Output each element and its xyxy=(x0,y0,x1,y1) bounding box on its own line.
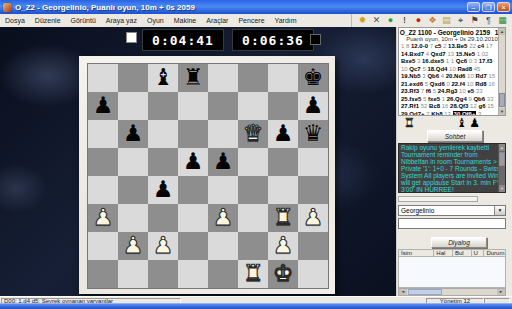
black-king: ♚ xyxy=(298,64,328,92)
board-square[interactable] xyxy=(298,148,328,176)
move-list: 1 8 12.0-0 7 c5 2 13.Be5 22 c4 17 14.Bxd… xyxy=(399,42,499,116)
move-token[interactable]: 16 xyxy=(488,81,495,87)
board-square[interactable] xyxy=(178,204,208,232)
board-square[interactable] xyxy=(118,176,148,204)
right-panel: O_Z2 1100 - Georgelinio 2159 1-0 Puanlı … xyxy=(396,27,512,296)
game-header: O_Z2 1100 - Georgelinio 2159 1-0 xyxy=(399,29,505,36)
board-square[interactable]: ♛ xyxy=(298,120,328,148)
kibitz-icon[interactable]: ¶ xyxy=(483,15,494,26)
move-token[interactable]: 23.Rf3 xyxy=(401,88,419,94)
board-square[interactable] xyxy=(118,92,148,120)
board-square[interactable] xyxy=(178,120,208,148)
column-header[interactable]: İsim xyxy=(399,250,434,256)
board-square[interactable] xyxy=(88,148,118,176)
menu-item[interactable]: Dosya xyxy=(0,17,30,24)
move-token[interactable]: Qc6 xyxy=(456,58,467,64)
chat-scrollbar[interactable]: ▲ ▼ xyxy=(498,144,505,192)
hscroll-thumb[interactable] xyxy=(408,289,442,295)
move-token[interactable]: 0:3 xyxy=(469,58,477,64)
message-input[interactable] xyxy=(398,218,506,229)
chat-line: Private '1': 1+0 - 7 Rounds - Swiss xyxy=(399,165,505,172)
black-material: ♝♟ xyxy=(456,117,480,130)
chat-line: Tournament reminder from xyxy=(399,151,505,158)
board-square[interactable] xyxy=(178,92,208,120)
notation-panel[interactable]: O_Z2 1100 - Georgelinio 2159 1-0 Puanlı … xyxy=(398,27,506,116)
column-header[interactable]: Hal xyxy=(434,250,453,256)
move-token[interactable]: 5 xyxy=(423,96,426,102)
player-combo[interactable]: Georgelinio ▼ xyxy=(398,205,506,216)
board-square[interactable] xyxy=(238,176,268,204)
black-bishop: ♝ xyxy=(456,117,467,130)
board-square[interactable]: ♚ xyxy=(298,64,328,92)
white-pawn: ♟ xyxy=(118,232,148,260)
chat-scroll-thumb[interactable] xyxy=(499,152,505,166)
board-square[interactable] xyxy=(268,92,298,120)
column-header[interactable]: Durum xyxy=(484,250,505,256)
white-rook: ♜ xyxy=(238,260,268,288)
board-square[interactable] xyxy=(118,64,148,92)
chat-horizontal-scrollbar[interactable] xyxy=(398,196,478,202)
board-square[interactable] xyxy=(148,92,178,120)
board-square[interactable] xyxy=(208,176,238,204)
chat-lines: Rakip oyunu yenilerek kaybettiTournament… xyxy=(399,144,505,193)
board-square[interactable]: ♟ xyxy=(148,176,178,204)
board-square[interactable]: ♚ xyxy=(268,260,298,288)
board-square[interactable] xyxy=(208,120,238,148)
chat-line: will get applause Start in 3. min FYI xyxy=(399,179,505,186)
board-grid: ♝♜♚♟♟♟♛♟♛♟♟♟♟♟♜♟♟♟♟♜♚ xyxy=(87,63,329,289)
players-header: O_Z2 1100 - Georgelinio 2159 xyxy=(400,29,490,36)
move-token[interactable]: 1 xyxy=(442,96,445,102)
move-token[interactable]: f6 xyxy=(426,88,431,94)
chat-box[interactable]: Rakip oyunu yenilerek kaybettiTournament… xyxy=(398,143,506,193)
board-square[interactable] xyxy=(148,204,178,232)
move-token[interactable]: 15 xyxy=(487,103,494,109)
black-queen: ♛ xyxy=(298,120,328,148)
board-window-icon[interactable]: ▦ xyxy=(497,15,508,26)
board-square[interactable] xyxy=(178,176,208,204)
move-token[interactable]: 4 xyxy=(426,51,429,57)
menu-item[interactable]: Görüntü xyxy=(66,17,101,24)
menu-item[interactable]: Yardım xyxy=(270,17,302,24)
board-square[interactable] xyxy=(208,64,238,92)
move-token[interactable]: Rad8 xyxy=(457,66,472,72)
board-square[interactable] xyxy=(118,148,148,176)
move-token[interactable]: 17 xyxy=(486,43,493,49)
board-square[interactable] xyxy=(88,176,118,204)
white-rook: ♜ xyxy=(404,117,415,130)
black-pawn: ♟ xyxy=(88,92,118,120)
board-square[interactable]: ♝ xyxy=(148,64,178,92)
menu-item[interactable]: Makine xyxy=(169,17,202,24)
move-token[interactable]: 13.Be5 xyxy=(448,43,467,49)
move-token[interactable]: 16 xyxy=(442,103,449,109)
move-token[interactable]: Qxd7 xyxy=(431,51,446,57)
board-square[interactable] xyxy=(238,204,268,232)
board-square[interactable] xyxy=(88,64,118,92)
board-square[interactable] xyxy=(268,148,298,176)
taskbar[interactable] xyxy=(0,303,512,309)
move-token[interactable]: 7 xyxy=(430,43,433,49)
menu-bar: DosyaDüzenleGörüntüAraya yazOyunMakineAr… xyxy=(0,14,512,28)
move-token[interactable]: 13 xyxy=(447,51,454,57)
maximize-button[interactable]: ❐ xyxy=(482,2,495,12)
move-token[interactable]: 19.Nb5 xyxy=(401,73,421,79)
new-game-icon[interactable]: ✹ xyxy=(357,15,368,26)
move-token[interactable]: Qb6 xyxy=(427,73,439,79)
move-token[interactable]: 12.0-0 xyxy=(411,43,428,49)
move-token[interactable]: e5 xyxy=(467,88,474,94)
black-turn-indicator xyxy=(310,34,321,45)
white-queen: ♛ xyxy=(238,120,268,148)
board-square[interactable]: ♟ xyxy=(208,148,238,176)
menu-bar-items: DosyaDüzenleGörüntüAraya yazOyunMakineAr… xyxy=(0,17,302,24)
move-token[interactable]: 10 xyxy=(401,66,408,72)
board-square[interactable] xyxy=(178,260,208,288)
move-token[interactable]: 5 xyxy=(422,66,425,72)
board-square[interactable] xyxy=(88,232,118,260)
board-square[interactable] xyxy=(238,64,268,92)
move-token[interactable]: 0 xyxy=(446,81,449,87)
move-token[interactable]: 33 xyxy=(476,88,483,94)
player-table-body[interactable] xyxy=(398,257,506,288)
title-bar[interactable]: O_Z2 - Georgelinio, Puanlı oyun, 10m + 0… xyxy=(0,0,512,14)
move-token[interactable]: 1:1 xyxy=(446,58,454,64)
move-token[interactable]: Bc8 xyxy=(429,103,440,109)
move-token[interactable]: Rd8 xyxy=(475,81,486,87)
board-square[interactable]: ♟ xyxy=(298,92,328,120)
move-token[interactable]: 5 xyxy=(425,81,428,87)
white-pawn: ♟ xyxy=(148,232,178,260)
move-token[interactable]: 2 xyxy=(443,43,446,49)
white-turn-checkbox[interactable] xyxy=(126,32,137,43)
move-token[interactable]: 28.Qf3 xyxy=(450,103,468,109)
move-token[interactable]: 24.Rg3 xyxy=(438,88,458,94)
close-button[interactable]: × xyxy=(497,2,510,12)
player-combo-value: Georgelinio xyxy=(399,206,505,215)
board-square[interactable] xyxy=(148,148,178,176)
chat-scroll-up-arrow[interactable]: ▲ xyxy=(499,144,505,151)
board-square[interactable]: ♜ xyxy=(268,204,298,232)
minimize-button[interactable]: – xyxy=(467,2,480,12)
move-token[interactable]: g6 xyxy=(478,103,485,109)
board-square[interactable] xyxy=(148,120,178,148)
dialog-button[interactable]: Diyalog xyxy=(431,237,487,248)
move-token[interactable]: 18.Qd4 xyxy=(427,66,447,72)
move-token[interactable]: 8 xyxy=(406,43,409,49)
board-square[interactable] xyxy=(238,148,268,176)
black-rook: ♜ xyxy=(178,64,208,92)
world-icon[interactable]: ● xyxy=(385,15,396,26)
white-pawn: ♟ xyxy=(208,204,238,232)
board-square[interactable] xyxy=(268,176,298,204)
black-pawn: ♟ xyxy=(118,120,148,148)
menu-item[interactable]: Araya yaz xyxy=(101,17,142,24)
board-square[interactable]: ♟ xyxy=(268,232,298,260)
move-token[interactable]: 5 xyxy=(433,88,436,94)
record-icon[interactable]: ● xyxy=(413,15,424,26)
scroll-left-arrow[interactable]: ◄ xyxy=(399,289,407,295)
board-square[interactable] xyxy=(298,232,328,260)
move-token[interactable]: 16.dxe5 xyxy=(422,58,444,64)
move-token[interactable]: 3 xyxy=(417,58,420,64)
board-square[interactable] xyxy=(88,260,118,288)
move-token[interactable]: c5 xyxy=(435,43,442,49)
chat-button[interactable]: Sohbet xyxy=(427,130,483,142)
chess-client-window: O_Z2 - Georgelinio, Puanlı oyun, 10m + 0… xyxy=(0,0,512,309)
move-token[interactable]: 14.Bxd7 xyxy=(401,51,424,57)
move-token[interactable]: 25.fxe5 xyxy=(401,96,421,102)
move-token[interactable]: 15 xyxy=(488,73,495,79)
board-square[interactable] xyxy=(88,120,118,148)
board-square[interactable]: ♟ xyxy=(88,92,118,120)
black-pawn: ♟ xyxy=(178,148,208,176)
move-token[interactable]: Qb6 xyxy=(473,96,485,102)
move-token[interactable]: 45 xyxy=(474,66,481,72)
move-token[interactable]: c4 xyxy=(478,43,485,49)
white-material: ♜ xyxy=(398,117,415,130)
move-token[interactable]: 22.f4 xyxy=(451,81,465,87)
move-token[interactable]: Qc7 xyxy=(409,66,420,72)
scroll-right-arrow[interactable]: ► xyxy=(497,289,505,295)
menu-item[interactable]: Araçlar xyxy=(201,17,233,24)
app-icon xyxy=(3,3,12,12)
board-square[interactable] xyxy=(208,260,238,288)
scrollbar-up-arrow[interactable]: ▲ xyxy=(499,28,505,35)
board-square[interactable]: ♟ xyxy=(88,204,118,232)
move-token[interactable]: 33 xyxy=(487,96,494,102)
window-title: O_Z2 - Georgelinio, Puanlı oyun, 10m + 0… xyxy=(15,3,195,12)
move-token[interactable]: 1:02 xyxy=(477,51,489,57)
black-pawn: ♟ xyxy=(268,120,298,148)
board-square[interactable] xyxy=(238,92,268,120)
board-square[interactable]: ♟ xyxy=(178,148,208,176)
board-square[interactable] xyxy=(178,232,208,260)
black-bishop: ♝ xyxy=(148,64,178,92)
chevron-down-icon[interactable]: ▼ xyxy=(494,206,505,215)
board-square[interactable]: ♟ xyxy=(208,204,238,232)
move-token[interactable]: 10 xyxy=(467,81,474,87)
menu-item[interactable]: Oyun xyxy=(142,17,169,24)
black-pawn: ♟ xyxy=(148,176,178,204)
move-token[interactable]: 21.exd6 xyxy=(401,81,423,87)
board-square[interactable]: ♟ xyxy=(118,232,148,260)
menu-item[interactable]: Düzenle xyxy=(30,17,66,24)
board-frame: ♝♜♚♟♟♟♛♟♛♟♟♟♟♟♜♟♟♟♟♜♚ xyxy=(79,56,335,294)
notation-scrollbar[interactable]: ▲ ▼ xyxy=(498,28,505,115)
white-rook: ♜ xyxy=(268,204,298,232)
move-token[interactable]: 1 xyxy=(401,43,404,49)
event-header: Puanlı oyun, 10m + 0s 29.10.2010 xyxy=(399,36,505,42)
board-square[interactable] xyxy=(118,204,148,232)
board-square[interactable] xyxy=(208,92,238,120)
board-square[interactable]: ♟ xyxy=(118,120,148,148)
flags-icon[interactable]: ⚑ xyxy=(469,15,480,26)
board-square[interactable]: ♜ xyxy=(178,64,208,92)
move-token[interactable]: 4 xyxy=(441,73,444,79)
board-square[interactable]: ♜ xyxy=(238,260,268,288)
board-square[interactable] xyxy=(238,232,268,260)
column-header[interactable]: U xyxy=(472,250,485,256)
chat-line: 3'00' IN HURREE! xyxy=(399,186,505,193)
board-square[interactable] xyxy=(298,176,328,204)
move-token[interactable]: 20.Nd6 xyxy=(446,73,466,79)
board-square[interactable] xyxy=(118,260,148,288)
move-token[interactable]: Qxd6 xyxy=(430,81,445,87)
board-square[interactable] xyxy=(148,260,178,288)
captured-pieces-tray: ♜ ♝♟ xyxy=(398,116,506,130)
scrollbar-thumb[interactable] xyxy=(499,93,505,107)
move-token[interactable]: Bxe5 xyxy=(401,58,415,64)
board-square[interactable] xyxy=(208,232,238,260)
move-token[interactable]: 7 xyxy=(421,88,424,94)
white-pawn: ♟ xyxy=(298,204,328,232)
menu-item[interactable]: Pencere xyxy=(233,17,269,24)
move-token[interactable]: 27.Rf1 xyxy=(401,103,419,109)
table-horizontal-scrollbar[interactable]: ◄ ► xyxy=(398,288,506,296)
black-pawn: ♟ xyxy=(208,148,238,176)
close-x-icon[interactable]: ✕ xyxy=(371,15,382,26)
chat-scroll-down-arrow[interactable]: ▼ xyxy=(499,185,505,192)
chat-line: Rakip oyunu yenilerek kaybetti xyxy=(399,144,505,151)
move-token[interactable]: 22 xyxy=(469,43,476,49)
binoculars-icon[interactable]: ⌖ xyxy=(455,15,466,26)
main-area: 0:04:41 0:06:36 ♝♜♚♟♟♟♛♟♛♟♟♟♟♟♜♟♟♟♟♜♚ O_… xyxy=(0,27,512,296)
move-token[interactable]: fxe5 xyxy=(428,96,440,102)
board-square[interactable] xyxy=(298,260,328,288)
toolbar-icons: ✹✕●!●❖▤⌖⚑¶▦ xyxy=(351,14,508,27)
alert-icon[interactable]: ! xyxy=(399,15,410,26)
move-token[interactable]: Rd7 xyxy=(475,73,486,79)
board-square[interactable]: ♛ xyxy=(238,120,268,148)
chat-line: System All players are invited Winner xyxy=(399,172,505,179)
board-square[interactable]: ♟ xyxy=(148,232,178,260)
notes-icon[interactable]: ▤ xyxy=(441,15,452,26)
move-token[interactable]: 12 xyxy=(470,103,477,109)
move-token[interactable]: 10 xyxy=(459,88,466,94)
white-king: ♚ xyxy=(268,260,298,288)
white-pawn: ♟ xyxy=(88,204,118,232)
column-header[interactable]: Bul xyxy=(453,250,472,256)
white-pawn: ♟ xyxy=(268,232,298,260)
board-square[interactable] xyxy=(268,64,298,92)
player-table-header: İsimHalBulUDurum xyxy=(398,249,506,257)
black-pawn: ♟ xyxy=(469,117,480,130)
move-token[interactable]: 15.Ne5 xyxy=(456,51,475,57)
white-clock: 0:04:41 xyxy=(142,29,224,51)
black-clock: 0:06:36 xyxy=(232,29,314,51)
black-pawn: ♟ xyxy=(298,92,328,120)
board-square[interactable]: ♟ xyxy=(298,204,328,232)
board-background: 0:04:41 0:06:36 ♝♜♚♟♟♟♛♟♛♟♟♟♟♟♜♟♟♟♟♜♚ xyxy=(0,27,396,296)
move-token[interactable]: 10 xyxy=(467,73,474,79)
move-token[interactable]: 10 xyxy=(449,66,456,72)
move-token[interactable]: 26.Qg4 xyxy=(447,96,467,102)
hand-icon[interactable]: ❖ xyxy=(427,15,438,26)
move-token[interactable]: 9 xyxy=(468,96,471,102)
chat-line: Nibbelfan in room Tournaments > xyxy=(399,158,505,165)
scrollbar-down-arrow[interactable]: ▼ xyxy=(499,108,505,115)
move-token[interactable]: 52 xyxy=(421,103,428,109)
board-square[interactable]: ♟ xyxy=(268,120,298,148)
move-token[interactable]: 17.f3 xyxy=(479,58,493,64)
move-token[interactable]: 3 xyxy=(422,73,425,79)
